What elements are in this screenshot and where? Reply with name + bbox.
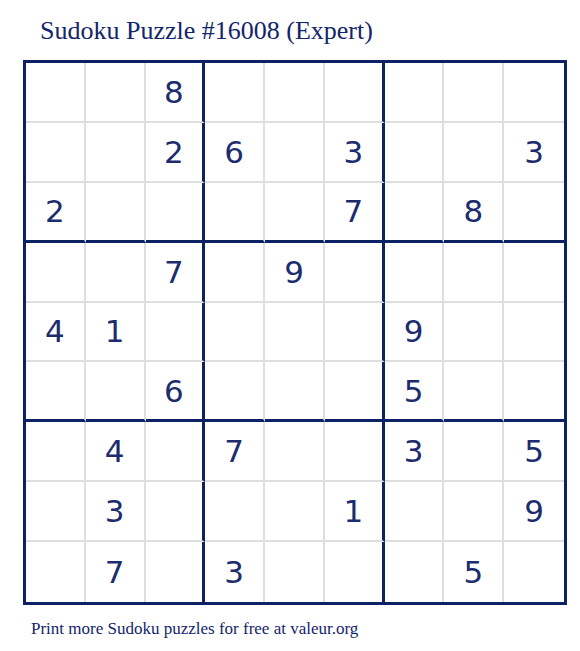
sudoku-cell <box>26 542 86 602</box>
sudoku-board: 8263327879419654735319735 <box>23 60 567 605</box>
sudoku-cell: 9 <box>504 482 564 542</box>
sudoku-cell: 3 <box>325 123 385 183</box>
sudoku-cell: 8 <box>146 63 206 123</box>
sudoku-cell <box>504 303 564 363</box>
sudoku-cell: 5 <box>444 542 504 602</box>
sudoku-cell <box>265 183 325 243</box>
sudoku-cell <box>265 303 325 363</box>
sudoku-cell <box>444 243 504 303</box>
sudoku-cell <box>86 123 146 183</box>
sudoku-cell: 7 <box>86 542 146 602</box>
sudoku-cell: 6 <box>146 362 206 422</box>
sudoku-cell <box>325 362 385 422</box>
sudoku-cell <box>26 422 86 482</box>
sudoku-cell <box>265 542 325 602</box>
sudoku-cell: 7 <box>146 243 206 303</box>
sudoku-cell <box>86 362 146 422</box>
sudoku-cell <box>146 482 206 542</box>
sudoku-cell <box>444 482 504 542</box>
sudoku-cell <box>146 303 206 363</box>
sudoku-cell <box>26 63 86 123</box>
sudoku-cell <box>325 422 385 482</box>
sudoku-cell <box>385 183 445 243</box>
sudoku-cell <box>205 63 265 123</box>
sudoku-page: Sudoku Puzzle #16008 (Expert) 8263327879… <box>0 0 580 651</box>
sudoku-cell <box>385 243 445 303</box>
sudoku-cell <box>265 63 325 123</box>
sudoku-cell <box>444 362 504 422</box>
sudoku-cell <box>205 482 265 542</box>
sudoku-cell: 7 <box>205 422 265 482</box>
sudoku-cell: 5 <box>385 362 445 422</box>
sudoku-cell <box>444 422 504 482</box>
sudoku-cell <box>325 303 385 363</box>
sudoku-cell: 4 <box>86 422 146 482</box>
sudoku-cell: 7 <box>325 183 385 243</box>
sudoku-cell: 8 <box>444 183 504 243</box>
sudoku-cell <box>146 422 206 482</box>
sudoku-cell <box>444 63 504 123</box>
sudoku-cell: 3 <box>86 482 146 542</box>
sudoku-cell: 4 <box>26 303 86 363</box>
sudoku-cell <box>265 482 325 542</box>
footer-text: Print more Sudoku puzzles for free at va… <box>31 618 358 639</box>
sudoku-cell <box>504 362 564 422</box>
sudoku-cell <box>265 362 325 422</box>
sudoku-cell <box>205 303 265 363</box>
sudoku-cell: 2 <box>26 183 86 243</box>
sudoku-cell: 9 <box>385 303 445 363</box>
sudoku-cell <box>385 63 445 123</box>
sudoku-cell: 1 <box>86 303 146 363</box>
sudoku-cell <box>205 243 265 303</box>
sudoku-cell <box>86 243 146 303</box>
sudoku-cell <box>325 63 385 123</box>
page-title: Sudoku Puzzle #16008 (Expert) <box>40 16 373 46</box>
sudoku-cell <box>26 123 86 183</box>
sudoku-cell <box>86 63 146 123</box>
sudoku-cell <box>325 243 385 303</box>
sudoku-cell <box>205 183 265 243</box>
sudoku-cell: 6 <box>205 123 265 183</box>
sudoku-cell: 2 <box>146 123 206 183</box>
sudoku-cell <box>504 542 564 602</box>
sudoku-cell <box>444 123 504 183</box>
sudoku-cell <box>26 482 86 542</box>
sudoku-cell: 1 <box>325 482 385 542</box>
sudoku-cell: 3 <box>385 422 445 482</box>
sudoku-cell <box>385 482 445 542</box>
sudoku-cell <box>265 123 325 183</box>
sudoku-cell <box>444 303 504 363</box>
sudoku-cell: 9 <box>265 243 325 303</box>
sudoku-cell <box>504 243 564 303</box>
sudoku-cell <box>325 542 385 602</box>
sudoku-cell <box>26 362 86 422</box>
sudoku-cell: 5 <box>504 422 564 482</box>
sudoku-cell: 3 <box>205 542 265 602</box>
sudoku-cell <box>146 183 206 243</box>
sudoku-cell <box>385 542 445 602</box>
sudoku-cell <box>205 362 265 422</box>
sudoku-cell <box>265 422 325 482</box>
sudoku-cell <box>146 542 206 602</box>
sudoku-cell <box>504 183 564 243</box>
sudoku-cell <box>504 63 564 123</box>
sudoku-cell <box>26 243 86 303</box>
sudoku-cell <box>86 183 146 243</box>
sudoku-cell: 3 <box>504 123 564 183</box>
sudoku-cell <box>385 123 445 183</box>
